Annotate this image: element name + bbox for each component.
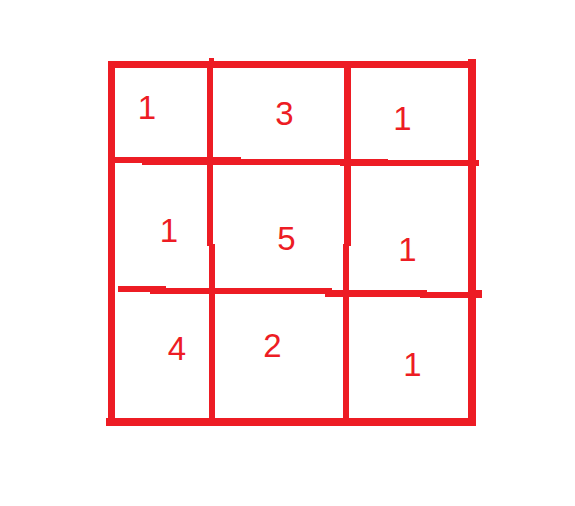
cell-value: 1 bbox=[403, 348, 421, 381]
grid-cell-r2c2: 1 bbox=[347, 290, 474, 418]
grid-cell-r2c1: 2 bbox=[210, 290, 347, 418]
cell-value: 1 bbox=[393, 102, 411, 135]
grid-cell-r0c0: 1 bbox=[108, 61, 210, 160]
cell-value: 3 bbox=[275, 97, 293, 130]
grid-cell-r1c1: 5 bbox=[210, 160, 347, 290]
cell-value: 2 bbox=[263, 329, 281, 362]
grid-cell-r2c0: 4 bbox=[108, 290, 210, 418]
grid-cell-r1c2: 1 bbox=[347, 160, 474, 290]
cell-value: 5 bbox=[277, 222, 295, 255]
grid-cell-r0c1: 3 bbox=[210, 61, 347, 160]
board-border-bottom bbox=[106, 418, 476, 426]
cell-value: 4 bbox=[168, 332, 186, 365]
number-grid: 1 3 1 1 5 1 4 2 1 bbox=[108, 61, 474, 418]
cell-value: 1 bbox=[160, 214, 178, 247]
grid-cell-r1c0: 1 bbox=[108, 160, 210, 290]
cell-value: 1 bbox=[138, 91, 156, 124]
paint-canvas: 1 3 1 1 5 1 4 2 1 bbox=[0, 0, 575, 506]
cell-value: 1 bbox=[398, 233, 416, 266]
grid-cell-r0c2: 1 bbox=[347, 61, 474, 160]
